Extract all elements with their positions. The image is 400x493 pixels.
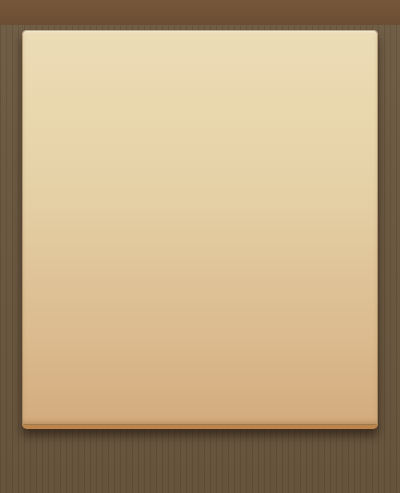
app-screen bbox=[0, 0, 400, 493]
header-bar bbox=[0, 0, 400, 25]
pieces-layer bbox=[23, 38, 376, 418]
file-labels-bottom bbox=[45, 436, 399, 449]
